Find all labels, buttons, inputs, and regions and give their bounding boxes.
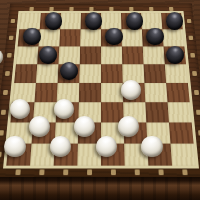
white-piece[interactable] — [10, 99, 30, 119]
white-piece[interactable] — [96, 136, 118, 158]
black-piece[interactable] — [23, 28, 41, 46]
checkers-app-view — [0, 0, 200, 200]
white-piece[interactable] — [29, 116, 50, 137]
piece-layer — [0, 0, 200, 200]
white-piece[interactable] — [54, 99, 74, 119]
black-piece[interactable] — [166, 46, 184, 64]
black-piece[interactable] — [60, 62, 79, 81]
white-piece[interactable] — [121, 80, 141, 100]
white-piece[interactable] — [4, 136, 26, 158]
white-piece[interactable] — [50, 136, 72, 158]
black-piece[interactable] — [166, 12, 183, 29]
table-edge — [0, 177, 200, 200]
black-piece[interactable] — [146, 28, 164, 46]
white-piece[interactable] — [141, 136, 163, 158]
black-piece[interactable] — [105, 28, 123, 46]
white-piece[interactable] — [74, 116, 95, 137]
white-piece[interactable] — [118, 116, 139, 137]
black-piece[interactable] — [39, 46, 57, 64]
black-piece[interactable] — [85, 12, 102, 29]
white-piece[interactable] — [0, 49, 3, 65]
black-piece[interactable] — [45, 12, 62, 29]
black-piece[interactable] — [126, 12, 143, 29]
